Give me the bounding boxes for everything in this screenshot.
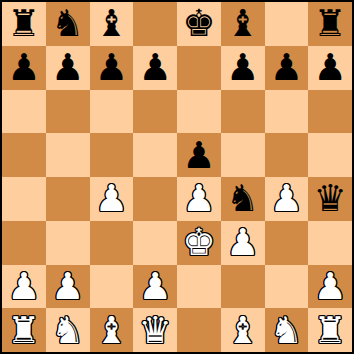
piece-black-bishop[interactable]: ♝ <box>95 5 128 42</box>
piece-black-pawn[interactable]: ♟ <box>95 49 128 86</box>
square-c5[interactable] <box>90 133 134 177</box>
piece-white-bishop[interactable]: ♝ <box>95 312 128 349</box>
piece-black-king[interactable]: ♚ <box>182 5 215 42</box>
square-g4[interactable]: ♟ <box>265 177 309 221</box>
square-d6[interactable] <box>133 90 177 134</box>
square-d4[interactable] <box>133 177 177 221</box>
square-h5[interactable] <box>308 133 352 177</box>
piece-black-pawn[interactable]: ♟ <box>226 49 259 86</box>
square-g7[interactable]: ♟ <box>265 46 309 90</box>
square-a5[interactable] <box>2 133 46 177</box>
square-h8[interactable]: ♜ <box>308 2 352 46</box>
piece-black-pawn[interactable]: ♟ <box>182 137 215 174</box>
square-g2[interactable] <box>265 265 309 309</box>
square-e7[interactable] <box>177 46 221 90</box>
square-g5[interactable] <box>265 133 309 177</box>
square-c4[interactable]: ♟ <box>90 177 134 221</box>
square-b7[interactable]: ♟ <box>46 46 90 90</box>
square-g6[interactable] <box>265 90 309 134</box>
square-f6[interactable] <box>221 90 265 134</box>
piece-black-rook[interactable]: ♜ <box>7 5 40 42</box>
square-d2[interactable]: ♟ <box>133 265 177 309</box>
square-f2[interactable] <box>221 265 265 309</box>
piece-black-bishop[interactable]: ♝ <box>226 5 259 42</box>
square-g8[interactable] <box>265 2 309 46</box>
piece-black-pawn[interactable]: ♟ <box>51 49 84 86</box>
square-a2[interactable]: ♟ <box>2 265 46 309</box>
square-f8[interactable]: ♝ <box>221 2 265 46</box>
square-b3[interactable] <box>46 221 90 265</box>
square-h4[interactable]: ♛ <box>308 177 352 221</box>
piece-white-pawn[interactable]: ♟ <box>270 180 303 217</box>
square-a3[interactable] <box>2 221 46 265</box>
square-c2[interactable] <box>90 265 134 309</box>
square-g3[interactable] <box>265 221 309 265</box>
piece-black-pawn[interactable]: ♟ <box>139 49 172 86</box>
square-c6[interactable] <box>90 90 134 134</box>
square-b4[interactable] <box>46 177 90 221</box>
square-a8[interactable]: ♜ <box>2 2 46 46</box>
square-b8[interactable]: ♞ <box>46 2 90 46</box>
chess-board: ♜♞♝♚♝♜♟♟♟♟♟♟♟♟♟♟♞♟♛♚♟♟♟♟♟♜♞♝♛♝♞♜ <box>2 2 352 352</box>
piece-white-pawn[interactable]: ♟ <box>314 268 347 305</box>
piece-white-pawn[interactable]: ♟ <box>7 268 40 305</box>
square-b5[interactable] <box>46 133 90 177</box>
square-h3[interactable] <box>308 221 352 265</box>
piece-black-knight[interactable]: ♞ <box>226 180 259 217</box>
square-e6[interactable] <box>177 90 221 134</box>
square-f7[interactable]: ♟ <box>221 46 265 90</box>
square-a4[interactable] <box>2 177 46 221</box>
square-e8[interactable]: ♚ <box>177 2 221 46</box>
square-f1[interactable]: ♝ <box>221 308 265 352</box>
square-f3[interactable]: ♟ <box>221 221 265 265</box>
piece-white-pawn[interactable]: ♟ <box>95 180 128 217</box>
piece-white-knight[interactable]: ♞ <box>51 312 84 349</box>
square-d1[interactable]: ♛ <box>133 308 177 352</box>
square-a7[interactable]: ♟ <box>2 46 46 90</box>
piece-white-pawn[interactable]: ♟ <box>51 268 84 305</box>
piece-black-knight[interactable]: ♞ <box>51 5 84 42</box>
square-d3[interactable] <box>133 221 177 265</box>
piece-white-pawn[interactable]: ♟ <box>226 224 259 261</box>
square-h6[interactable] <box>308 90 352 134</box>
square-e5[interactable]: ♟ <box>177 133 221 177</box>
piece-black-pawn[interactable]: ♟ <box>314 49 347 86</box>
piece-white-queen[interactable]: ♛ <box>139 312 172 349</box>
square-h1[interactable]: ♜ <box>308 308 352 352</box>
square-d5[interactable] <box>133 133 177 177</box>
piece-white-pawn[interactable]: ♟ <box>182 180 215 217</box>
piece-black-queen[interactable]: ♛ <box>314 180 347 217</box>
square-d7[interactable]: ♟ <box>133 46 177 90</box>
piece-white-king[interactable]: ♚ <box>182 224 215 261</box>
piece-black-rook[interactable]: ♜ <box>314 5 347 42</box>
board-frame: ♜♞♝♚♝♜♟♟♟♟♟♟♟♟♟♟♞♟♛♚♟♟♟♟♟♜♞♝♛♝♞♜ <box>0 0 354 354</box>
square-f4[interactable]: ♞ <box>221 177 265 221</box>
square-e1[interactable] <box>177 308 221 352</box>
square-h7[interactable]: ♟ <box>308 46 352 90</box>
piece-white-pawn[interactable]: ♟ <box>139 268 172 305</box>
piece-black-pawn[interactable]: ♟ <box>7 49 40 86</box>
piece-white-knight[interactable]: ♞ <box>270 312 303 349</box>
square-f5[interactable] <box>221 133 265 177</box>
square-b1[interactable]: ♞ <box>46 308 90 352</box>
piece-black-pawn[interactable]: ♟ <box>270 49 303 86</box>
square-h2[interactable]: ♟ <box>308 265 352 309</box>
square-c3[interactable] <box>90 221 134 265</box>
square-e4[interactable]: ♟ <box>177 177 221 221</box>
square-c8[interactable]: ♝ <box>90 2 134 46</box>
square-d8[interactable] <box>133 2 177 46</box>
square-a1[interactable]: ♜ <box>2 308 46 352</box>
square-c1[interactable]: ♝ <box>90 308 134 352</box>
piece-white-rook[interactable]: ♜ <box>314 312 347 349</box>
square-g1[interactable]: ♞ <box>265 308 309 352</box>
square-a6[interactable] <box>2 90 46 134</box>
square-c7[interactable]: ♟ <box>90 46 134 90</box>
square-b6[interactable] <box>46 90 90 134</box>
square-e3[interactable]: ♚ <box>177 221 221 265</box>
square-b2[interactable]: ♟ <box>46 265 90 309</box>
piece-white-bishop[interactable]: ♝ <box>226 312 259 349</box>
square-e2[interactable] <box>177 265 221 309</box>
piece-white-rook[interactable]: ♜ <box>7 312 40 349</box>
